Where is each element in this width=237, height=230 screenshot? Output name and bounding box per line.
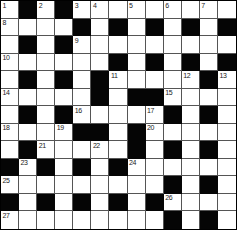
cell-r6c5[interactable]	[73, 89, 91, 107]
cell-r11c5[interactable]	[73, 176, 91, 194]
cell-r5c7[interactable]: 11	[109, 71, 127, 89]
cell-r9c7[interactable]	[109, 141, 127, 159]
cell-r11c2[interactable]	[19, 176, 37, 194]
cell-r11c9[interactable]	[146, 176, 164, 194]
cell-r11c4[interactable]	[55, 176, 73, 194]
cell-r12c8[interactable]	[128, 194, 146, 212]
clue-number: 22	[93, 142, 100, 149]
cell-r5c8[interactable]	[128, 71, 146, 89]
cell-r11c8[interactable]	[128, 176, 146, 194]
cell-r11c1[interactable]: 25	[1, 176, 19, 194]
cell-r9c5[interactable]	[73, 141, 91, 159]
cell-r13c11[interactable]	[182, 211, 200, 229]
cell-r5c5[interactable]	[73, 71, 91, 89]
cell-r4c6[interactable]	[91, 54, 109, 72]
cell-r2c8[interactable]	[128, 19, 146, 37]
clue-number: 23	[21, 159, 28, 166]
cell-r10c13[interactable]	[218, 159, 236, 177]
cell-r4c5[interactable]	[73, 54, 91, 72]
cell-r7c7[interactable]	[109, 106, 127, 124]
cell-r9c13[interactable]	[218, 141, 236, 159]
cell-r4c12[interactable]	[200, 54, 218, 72]
clue-number: 2	[39, 2, 43, 9]
clue-number: 8	[3, 19, 7, 26]
cell-r7c8[interactable]	[128, 106, 146, 124]
block-cell-r8c6	[91, 124, 109, 142]
block-cell-r9c2	[19, 141, 37, 159]
cell-r9c6[interactable]: 22	[91, 141, 109, 159]
block-cell-r5c6	[91, 71, 109, 89]
cell-r2c2[interactable]	[19, 19, 37, 37]
cell-r8c10[interactable]	[164, 124, 182, 142]
block-cell-r3c2	[19, 36, 37, 54]
clue-number: 9	[75, 37, 79, 44]
cell-r1c5[interactable]: 3	[73, 1, 91, 19]
block-cell-r6c9	[146, 89, 164, 107]
clue-number: 7	[201, 2, 205, 9]
cell-r10c2[interactable]: 23	[19, 159, 37, 177]
cell-r8c7[interactable]	[109, 124, 127, 142]
cell-r1c9[interactable]	[146, 1, 164, 19]
cell-r2c3[interactable]	[37, 19, 55, 37]
cell-r2c10[interactable]	[164, 19, 182, 37]
cell-r8c13[interactable]	[218, 124, 236, 142]
cell-r9c3[interactable]: 21	[37, 141, 55, 159]
clue-number: 4	[93, 2, 97, 9]
cell-r9c4[interactable]	[55, 141, 73, 159]
cell-r13c6[interactable]	[91, 211, 109, 229]
cell-r4c4[interactable]	[55, 54, 73, 72]
cell-r13c2[interactable]	[19, 211, 37, 229]
cell-r3c3[interactable]	[37, 36, 55, 54]
cell-r5c13[interactable]: 13	[218, 71, 236, 89]
clue-number: 18	[3, 124, 10, 131]
cell-r3c7[interactable]	[109, 36, 127, 54]
block-cell-r12c5	[73, 194, 91, 212]
cell-r4c1[interactable]: 10	[1, 54, 19, 72]
cell-r1c10[interactable]: 6	[164, 1, 182, 19]
cell-r7c9[interactable]: 17	[146, 106, 164, 124]
cell-r12c12[interactable]	[200, 194, 218, 212]
cell-r6c11[interactable]	[182, 89, 200, 107]
clue-number: 11	[111, 72, 117, 79]
clue-number: 27	[3, 212, 10, 219]
cell-r13c7[interactable]	[109, 211, 127, 229]
block-cell-r12c3	[37, 194, 55, 212]
block-cell-r10c7	[109, 159, 127, 177]
clue-number: 3	[75, 2, 79, 9]
clue-number: 12	[183, 72, 190, 79]
clue-number: 25	[3, 177, 10, 184]
cell-r10c8[interactable]: 24	[128, 159, 146, 177]
block-cell-r9c10	[164, 141, 182, 159]
block-cell-r11c10	[164, 176, 182, 194]
block-cell-r2c11	[182, 19, 200, 37]
cell-r8c2[interactable]	[19, 124, 37, 142]
cell-r1c12[interactable]: 7	[200, 1, 218, 19]
cell-r10c9[interactable]	[146, 159, 164, 177]
cell-r8c9[interactable]: 20	[146, 124, 164, 142]
cell-r5c11[interactable]: 12	[182, 71, 200, 89]
cell-r11c13[interactable]	[218, 176, 236, 194]
cell-r12c2[interactable]	[19, 194, 37, 212]
cell-r5c3[interactable]	[37, 71, 55, 89]
block-cell-r10c1	[1, 159, 19, 177]
clue-number: 24	[129, 159, 136, 166]
block-cell-r1c4	[55, 1, 73, 19]
cell-r1c6[interactable]: 4	[91, 1, 109, 19]
cell-r10c6[interactable]	[91, 159, 109, 177]
cell-r13c1[interactable]: 27	[1, 211, 19, 229]
cell-r3c1[interactable]	[1, 36, 19, 54]
cell-r8c1[interactable]: 18	[1, 124, 19, 142]
cell-r7c11[interactable]	[182, 106, 200, 124]
block-cell-r10c5	[73, 159, 91, 177]
cell-r8c4[interactable]: 19	[55, 124, 73, 142]
block-cell-r2c5	[73, 19, 91, 37]
cell-r11c6[interactable]	[91, 176, 109, 194]
cell-r8c12[interactable]	[200, 124, 218, 142]
cell-r11c3[interactable]	[37, 176, 55, 194]
cell-r6c3[interactable]	[37, 89, 55, 107]
block-cell-r9c12	[200, 141, 218, 159]
cell-r1c3[interactable]: 2	[37, 1, 55, 19]
cell-r3c12[interactable]	[200, 36, 218, 54]
block-cell-r5c4	[55, 71, 73, 89]
block-cell-r1c2	[19, 1, 37, 19]
cell-r13c13[interactable]	[218, 211, 236, 229]
cell-r2c1[interactable]: 8	[1, 19, 19, 37]
cell-r6c4[interactable]	[55, 89, 73, 107]
cell-r9c1[interactable]	[1, 141, 19, 159]
cell-r3c11[interactable]	[182, 36, 200, 54]
cell-r9c9[interactable]	[146, 141, 164, 159]
cell-r7c6[interactable]	[91, 106, 109, 124]
cell-r13c5[interactable]	[73, 211, 91, 229]
cell-r5c9[interactable]	[146, 71, 164, 89]
cell-r7c5[interactable]: 16	[73, 106, 91, 124]
clue-number: 16	[75, 107, 82, 114]
cell-r12c11[interactable]	[182, 194, 200, 212]
cell-r10c10[interactable]	[164, 159, 182, 177]
clue-number: 20	[147, 124, 154, 131]
block-cell-r2c13	[218, 19, 236, 37]
cell-r1c8[interactable]: 5	[128, 1, 146, 19]
cell-r7c1[interactable]	[1, 106, 19, 124]
cell-r3c5[interactable]: 9	[73, 36, 91, 54]
cell-r8c3[interactable]	[37, 124, 55, 142]
block-cell-r7c10	[164, 106, 182, 124]
block-cell-r12c1	[1, 194, 19, 212]
block-cell-r2c7	[109, 19, 127, 37]
block-cell-r9c8	[128, 141, 146, 159]
cell-r6c12[interactable]	[200, 89, 218, 107]
cell-r4c8[interactable]	[128, 54, 146, 72]
cell-r6c2[interactable]	[19, 89, 37, 107]
cell-r13c8[interactable]	[128, 211, 146, 229]
cell-r4c10[interactable]	[164, 54, 182, 72]
cell-r5c1[interactable]	[1, 71, 19, 89]
clue-number: 10	[3, 54, 10, 61]
cell-r9c11[interactable]	[182, 141, 200, 159]
block-cell-r2c9	[146, 19, 164, 37]
cell-r10c11[interactable]	[182, 159, 200, 177]
cell-r11c11[interactable]	[182, 176, 200, 194]
cell-r6c1[interactable]: 14	[1, 89, 19, 107]
cell-r1c7[interactable]	[109, 1, 127, 19]
cell-r1c1[interactable]: 1	[1, 1, 19, 19]
cell-r6c7[interactable]	[109, 89, 127, 107]
clue-number: 21	[39, 142, 46, 149]
block-cell-r8c5	[73, 124, 91, 142]
cell-r2c4[interactable]	[55, 19, 73, 37]
block-cell-r4c9	[146, 54, 164, 72]
block-cell-r13c12	[200, 211, 218, 229]
cell-r7c3[interactable]	[37, 106, 55, 124]
cell-r3c6[interactable]	[91, 36, 109, 54]
clue-number: 15	[165, 89, 172, 96]
clue-number: 26	[165, 194, 172, 201]
block-cell-r4c11	[182, 54, 200, 72]
cell-r3c9[interactable]	[146, 36, 164, 54]
cell-r2c6[interactable]	[91, 19, 109, 37]
crossword-grid: 1234567891011121314151617181920212223242…	[0, 0, 237, 230]
cell-r3c8[interactable]	[128, 36, 146, 54]
cell-r6c13[interactable]	[218, 89, 236, 107]
block-cell-r7c2	[19, 106, 37, 124]
block-cell-r4c7	[109, 54, 127, 72]
cell-r1c11[interactable]	[182, 1, 200, 19]
cell-r7c13[interactable]	[218, 106, 236, 124]
cell-r10c12[interactable]	[200, 159, 218, 177]
cell-r3c10[interactable]	[164, 36, 182, 54]
block-cell-r12c7	[109, 194, 127, 212]
block-cell-r12c9	[146, 194, 164, 212]
block-cell-r8c8	[128, 124, 146, 142]
cell-r12c10[interactable]: 26	[164, 194, 182, 212]
block-cell-r5c12	[200, 71, 218, 89]
cell-r13c3[interactable]	[37, 211, 55, 229]
block-cell-r13c10	[164, 211, 182, 229]
cell-r8c11[interactable]	[182, 124, 200, 142]
cell-r13c4[interactable]	[55, 211, 73, 229]
cell-r13c9[interactable]	[146, 211, 164, 229]
cell-r11c7[interactable]	[109, 176, 127, 194]
block-cell-r4c13	[218, 54, 236, 72]
block-cell-r3c4	[55, 36, 73, 54]
cell-r6c10[interactable]: 15	[164, 89, 182, 107]
clue-number: 6	[165, 2, 169, 9]
clue-number: 14	[3, 89, 10, 96]
block-cell-r7c4	[55, 106, 73, 124]
block-cell-r7c12	[200, 106, 218, 124]
clue-number: 1	[3, 2, 7, 9]
block-cell-r5c2	[19, 71, 37, 89]
clue-number: 17	[147, 107, 154, 114]
cell-r12c6[interactable]	[91, 194, 109, 212]
block-cell-r10c3	[37, 159, 55, 177]
cell-r4c3[interactable]	[37, 54, 55, 72]
clue-number: 5	[129, 2, 133, 9]
cell-r1c13[interactable]	[218, 1, 236, 19]
cell-r5c10[interactable]	[164, 71, 182, 89]
cell-r2c12[interactable]	[200, 19, 218, 37]
block-cell-r11c12	[200, 176, 218, 194]
cell-r10c4[interactable]	[55, 159, 73, 177]
cell-r4c2[interactable]	[19, 54, 37, 72]
clue-number: 13	[219, 72, 226, 79]
cell-r12c4[interactable]	[55, 194, 73, 212]
cell-r3c13[interactable]	[218, 36, 236, 54]
clue-number: 19	[57, 124, 64, 131]
cell-r12c13[interactable]	[218, 194, 236, 212]
crossword-puzzle: 1234567891011121314151617181920212223242…	[0, 0, 237, 230]
block-cell-r6c8	[128, 89, 146, 107]
block-cell-r6c6	[91, 89, 109, 107]
